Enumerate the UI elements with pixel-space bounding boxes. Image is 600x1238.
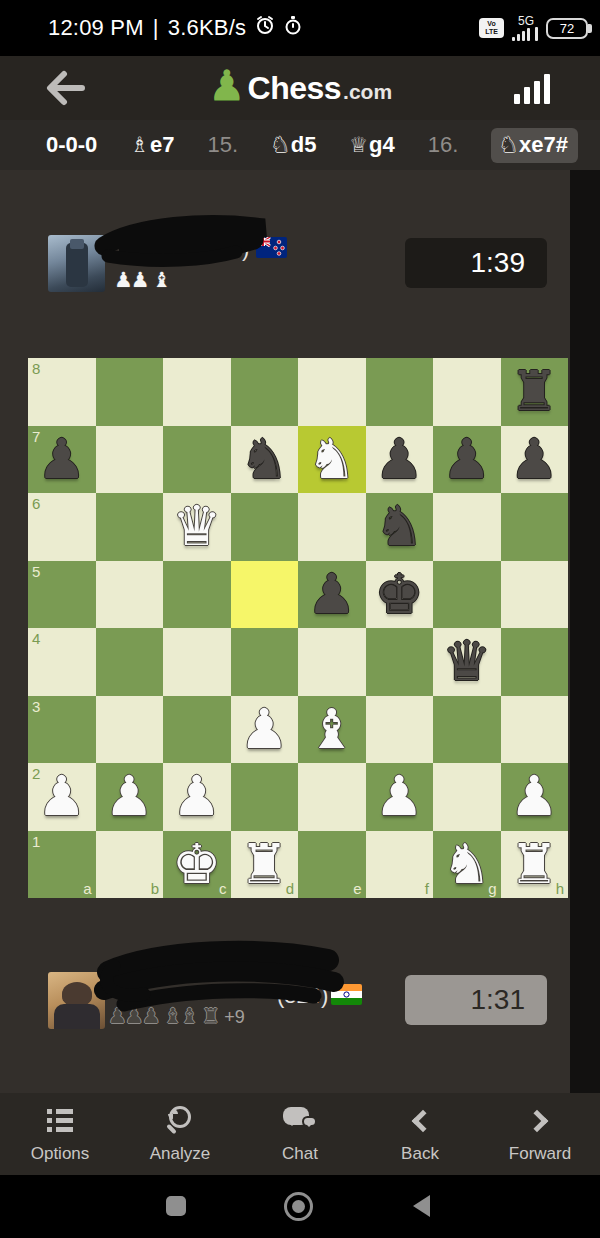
queen-figurine-icon: ♕ — [349, 133, 368, 157]
chess-board[interactable]: 8♜7♟♞♞♟♟♟6♛♞5♟♚4♛3♟♝2♟♟♟♟♟1abc♚d♜efg♞h♜ — [28, 358, 568, 898]
piece-wP-h2[interactable]: ♟ — [501, 763, 569, 831]
move-nd5[interactable]: ♞d5 — [271, 132, 317, 158]
options-list-icon — [47, 1105, 73, 1137]
app-header: ♟ Chess .com — [0, 56, 600, 120]
analyze-magnifier-icon — [165, 1105, 195, 1137]
square-e4[interactable] — [298, 628, 366, 696]
nav-chat[interactable]: Chat — [240, 1093, 360, 1175]
stopwatch-icon — [284, 15, 302, 41]
battery-percent: 72 — [560, 21, 574, 36]
alarm-icon — [255, 15, 275, 41]
square-g8[interactable] — [433, 358, 501, 426]
piece-bq-g4[interactable]: ♛ — [433, 628, 501, 696]
android-back-button[interactable] — [413, 1195, 430, 1217]
piece-bp-e5[interactable]: ♟ — [298, 561, 366, 629]
connection-bars-icon[interactable] — [514, 74, 550, 104]
knight-figurine-icon: ♞ — [499, 133, 518, 157]
square-c3[interactable] — [163, 696, 231, 764]
player-clock: 1:31 — [405, 975, 547, 1025]
piece-bk-f5[interactable]: ♚ — [366, 561, 434, 629]
separator: | — [153, 15, 159, 41]
material-advantage: +9 — [224, 1007, 245, 1027]
square-c7[interactable] — [163, 426, 231, 494]
square-f1[interactable]: f — [366, 831, 434, 899]
piece-bp-g7[interactable]: ♟ — [433, 426, 501, 494]
android-recents-button[interactable] — [166, 1196, 186, 1216]
square-f4[interactable] — [366, 628, 434, 696]
rank-label-6: 6 — [32, 495, 40, 512]
logo-suffix: .com — [343, 80, 392, 104]
volte-icon: VoLTE — [479, 18, 504, 38]
file-label-f: f — [425, 880, 429, 897]
square-e6[interactable] — [298, 493, 366, 561]
square-g7[interactable]: ♟ — [433, 426, 501, 494]
android-home-button[interactable] — [284, 1192, 313, 1221]
square-d1[interactable]: d♜ — [231, 831, 299, 899]
square-h2[interactable]: ♟ — [501, 763, 569, 831]
square-h3[interactable] — [501, 696, 569, 764]
square-e2[interactable] — [298, 763, 366, 831]
chat-bubbles-icon — [283, 1105, 317, 1137]
square-g4[interactable]: ♛ — [433, 628, 501, 696]
square-c2[interactable]: ♟ — [163, 763, 231, 831]
square-d2[interactable] — [231, 763, 299, 831]
square-g6[interactable] — [433, 493, 501, 561]
square-h8[interactable]: ♜ — [501, 358, 569, 426]
player-rating: (824) — [277, 983, 328, 1009]
square-e3[interactable]: ♝ — [298, 696, 366, 764]
square-b1[interactable]: b — [96, 831, 164, 899]
square-a3[interactable]: 3 — [28, 696, 96, 764]
screen: 12:09 PM | 3.6KB/s VoLTE 5G 72 — [0, 0, 600, 1238]
square-d6[interactable] — [231, 493, 299, 561]
piece-bp-a7[interactable]: ♟ — [28, 426, 96, 494]
square-e5[interactable]: ♟ — [298, 561, 366, 629]
rank-label-4: 4 — [32, 630, 40, 647]
square-f6[interactable]: ♞ — [366, 493, 434, 561]
square-c4[interactable] — [163, 628, 231, 696]
piece-wR-h1[interactable]: ♜ — [501, 831, 569, 899]
move-list: 0-0-0 ♗e7 15. ♞d5 ♕g4 16. ♞xe7# — [0, 120, 600, 170]
move-qg4[interactable]: ♕g4 — [349, 132, 395, 158]
rank-label-5: 5 — [32, 563, 40, 580]
network-speed: 3.6KB/s — [168, 15, 246, 41]
clock-time: 12:09 PM — [48, 15, 144, 41]
square-d4[interactable] — [231, 628, 299, 696]
rank-label-3: 3 — [32, 698, 40, 715]
file-label-a: a — [83, 880, 91, 897]
square-a5[interactable]: 5 — [28, 561, 96, 629]
square-d5[interactable] — [231, 561, 299, 629]
file-label-e: e — [353, 880, 361, 897]
piece-wP-d3[interactable]: ♟ — [231, 696, 299, 764]
new-zealand-flag — [256, 237, 287, 258]
square-g1[interactable]: g♞ — [433, 831, 501, 899]
bishop-figurine-icon: ♗ — [130, 133, 149, 157]
battery-icon: 72 — [546, 18, 588, 39]
status-bar: 12:09 PM | 3.6KB/s VoLTE 5G 72 — [0, 0, 600, 56]
square-a4[interactable]: 4 — [28, 628, 96, 696]
square-g5[interactable] — [433, 561, 501, 629]
square-b7[interactable] — [96, 426, 164, 494]
piece-br-h8[interactable]: ♜ — [501, 358, 569, 426]
piece-bn-d7[interactable]: ♞ — [231, 426, 299, 494]
piece-bp-f7[interactable]: ♟ — [366, 426, 434, 494]
rank-label-8: 8 — [32, 360, 40, 377]
square-a7[interactable]: 7♟ — [28, 426, 96, 494]
square-b6[interactable] — [96, 493, 164, 561]
piece-wQ-c6[interactable]: ♛ — [163, 493, 231, 561]
opponent-avatar[interactable] — [48, 235, 105, 292]
square-c6[interactable]: ♛ — [163, 493, 231, 561]
knight-figurine-icon: ♞ — [271, 133, 290, 157]
square-b3[interactable] — [96, 696, 164, 764]
square-b2[interactable]: ♟ — [96, 763, 164, 831]
square-f8[interactable] — [366, 358, 434, 426]
nav-back[interactable]: Back — [360, 1093, 480, 1175]
square-h1[interactable]: h♜ — [501, 831, 569, 899]
square-g2[interactable] — [433, 763, 501, 831]
square-d3[interactable]: ♟ — [231, 696, 299, 764]
logo-pawn-icon: ♟ — [208, 65, 246, 107]
captured-by-player: ♟♟♟ ♝♝ ♜+9 — [108, 1004, 245, 1028]
square-a1[interactable]: 1a — [28, 831, 96, 899]
square-b4[interactable] — [96, 628, 164, 696]
square-f2[interactable]: ♟ — [366, 763, 434, 831]
piece-wP-c2[interactable]: ♟ — [163, 763, 231, 831]
square-h6[interactable] — [501, 493, 569, 561]
signal-5g-icon: 5G — [512, 15, 538, 41]
piece-wN-e7[interactable]: ♞ — [298, 426, 366, 494]
square-e7[interactable]: ♞ — [298, 426, 366, 494]
square-d8[interactable] — [231, 358, 299, 426]
move-number-16: 16. — [428, 132, 459, 158]
nav-analyze[interactable]: Analyze — [120, 1093, 240, 1175]
square-c5[interactable] — [163, 561, 231, 629]
square-a8[interactable]: 8 — [28, 358, 96, 426]
piece-wR-d1[interactable]: ♜ — [231, 831, 299, 899]
square-b5[interactable] — [96, 561, 164, 629]
piece-wP-f2[interactable]: ♟ — [366, 763, 434, 831]
square-h4[interactable] — [501, 628, 569, 696]
square-d7[interactable]: ♞ — [231, 426, 299, 494]
android-nav-bar — [0, 1175, 600, 1238]
square-f3[interactable] — [366, 696, 434, 764]
chevron-left-icon — [409, 1105, 431, 1137]
india-flag — [331, 984, 362, 1005]
move-number-15: 15. — [207, 132, 238, 158]
move-castle[interactable]: 0-0-0 — [46, 132, 97, 158]
square-f7[interactable]: ♟ — [366, 426, 434, 494]
chevron-right-icon — [529, 1105, 551, 1137]
square-e8[interactable] — [298, 358, 366, 426]
opponent-clock: 1:39 — [405, 238, 547, 288]
square-g3[interactable] — [433, 696, 501, 764]
piece-bp-h7[interactable]: ♟ — [501, 426, 569, 494]
piece-wN-g1[interactable]: ♞ — [433, 831, 501, 899]
move-be7[interactable]: ♗e7 — [130, 132, 174, 158]
piece-wP-a2[interactable]: ♟ — [28, 763, 96, 831]
chesscom-logo: ♟ Chess .com — [0, 56, 600, 120]
square-b8[interactable] — [96, 358, 164, 426]
piece-bn-f6[interactable]: ♞ — [366, 493, 434, 561]
move-nxe7-current[interactable]: ♞xe7# — [491, 128, 578, 163]
piece-wB-e3[interactable]: ♝ — [298, 696, 366, 764]
square-h7[interactable]: ♟ — [501, 426, 569, 494]
right-gutter — [570, 170, 600, 1093]
square-a6[interactable]: 6 — [28, 493, 96, 561]
nav-forward[interactable]: Forward — [480, 1093, 600, 1175]
square-a2[interactable]: 2♟ — [28, 763, 96, 831]
captured-by-opponent: ♟♟ ♝ — [114, 268, 169, 292]
square-e1[interactable]: e — [298, 831, 366, 899]
square-f5[interactable]: ♚ — [366, 561, 434, 629]
bottom-nav: Options Analyze Chat Back Forward — [0, 1093, 600, 1175]
square-c1[interactable]: c♚ — [163, 831, 231, 899]
logo-text: Chess — [248, 70, 342, 107]
player-avatar[interactable] — [48, 972, 105, 1029]
rank-label-1: 1 — [32, 833, 40, 850]
piece-wK-c1[interactable]: ♚ — [163, 831, 231, 899]
square-h5[interactable] — [501, 561, 569, 629]
nav-options[interactable]: Options — [0, 1093, 120, 1175]
piece-wP-b2[interactable]: ♟ — [96, 763, 164, 831]
square-c8[interactable] — [163, 358, 231, 426]
file-label-b: b — [151, 880, 159, 897]
opponent-rating: (820) — [198, 236, 249, 262]
